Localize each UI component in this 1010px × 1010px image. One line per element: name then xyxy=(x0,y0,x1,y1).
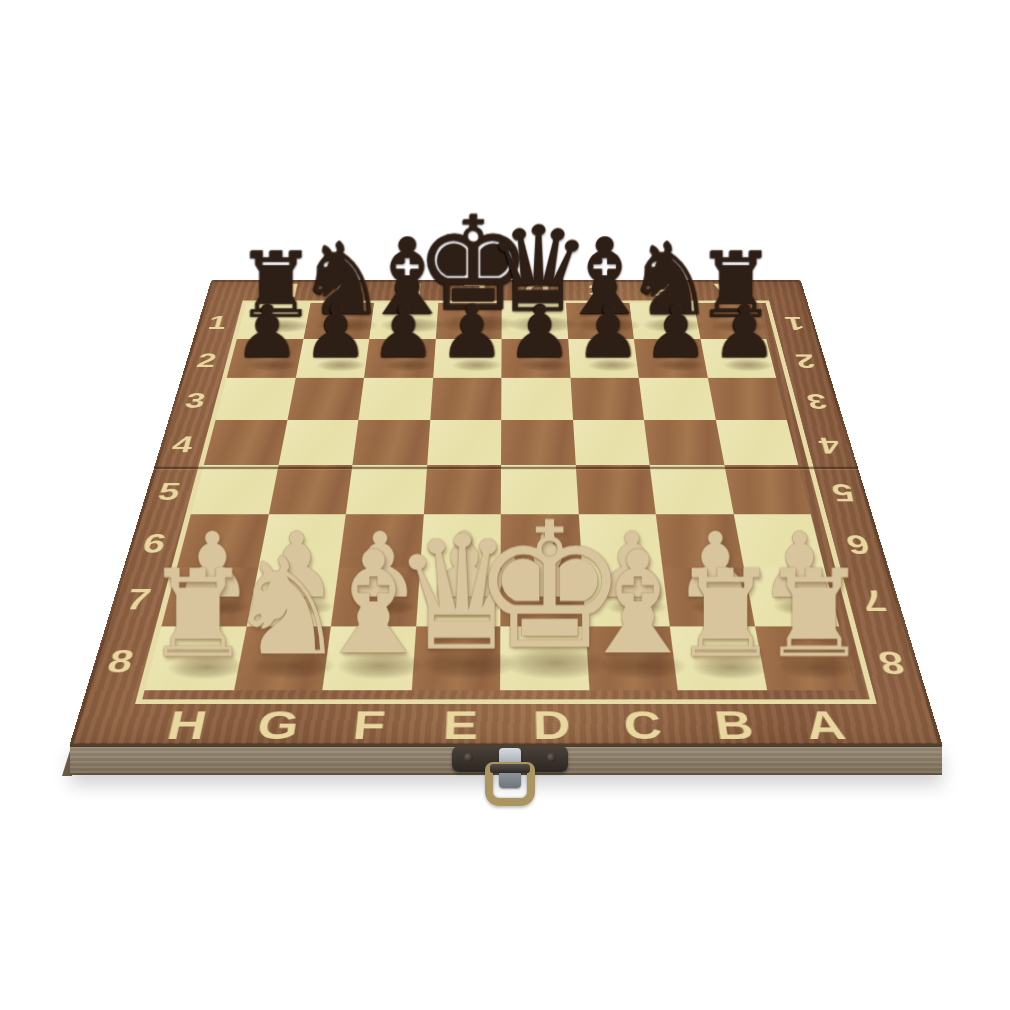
square-g4[interactable] xyxy=(278,420,358,465)
rank-label-left-5: 5 xyxy=(142,478,195,507)
square-f3[interactable] xyxy=(358,378,432,420)
square-d3[interactable] xyxy=(501,378,572,420)
square-c2[interactable] xyxy=(568,339,639,378)
square-f1[interactable] xyxy=(369,303,438,339)
square-d2[interactable] xyxy=(501,339,570,378)
square-b2[interactable] xyxy=(634,339,708,378)
square-c1[interactable] xyxy=(566,303,634,339)
square-b4[interactable] xyxy=(644,420,724,465)
screw-icon xyxy=(547,753,556,762)
square-e2[interactable] xyxy=(433,339,502,378)
square-d1[interactable] xyxy=(502,303,568,339)
rank-label-left-4: 4 xyxy=(157,432,208,459)
board-surface: 11HH22GG33FF44EE55DD66CC77BB88AA♜♞♝♚♛♝♞♜… xyxy=(69,280,942,745)
square-a3[interactable] xyxy=(707,378,786,420)
square-g2[interactable] xyxy=(295,339,369,378)
file-label-bottom-E: E xyxy=(414,705,506,745)
file-label-bottom-G: G xyxy=(229,705,327,745)
piece-light-rook-a8[interactable]: ♜ xyxy=(731,555,896,675)
square-h4[interactable] xyxy=(204,420,287,465)
clasp-latch[interactable] xyxy=(452,740,568,810)
square-e1[interactable] xyxy=(435,303,501,339)
square-g3[interactable] xyxy=(287,378,364,420)
rank-label-right-3: 3 xyxy=(793,389,842,414)
square-h3[interactable] xyxy=(216,378,296,420)
file-label-bottom-D: D xyxy=(506,705,598,745)
square-e3[interactable] xyxy=(430,378,502,420)
square-b5[interactable] xyxy=(650,465,734,514)
square-e4[interactable] xyxy=(427,420,501,465)
rank-label-left-3: 3 xyxy=(171,389,220,414)
square-c3[interactable] xyxy=(570,378,644,420)
file-label-bottom-H: H xyxy=(137,705,237,745)
chess-set-scene: 11HH22GG33FF44EE55DD66CC77BB88AA♜♞♝♚♛♝♞♜… xyxy=(154,116,858,820)
square-a4[interactable] xyxy=(715,420,798,465)
square-f4[interactable] xyxy=(352,420,429,465)
file-label-bottom-B: B xyxy=(686,705,784,745)
square-g5[interactable] xyxy=(268,465,352,514)
square-b3[interactable] xyxy=(639,378,716,420)
square-h5[interactable] xyxy=(191,465,278,514)
square-b1[interactable] xyxy=(629,303,700,339)
clasp-hinge-bar xyxy=(490,764,530,773)
square-h1[interactable] xyxy=(237,303,310,339)
rank-label-right-5: 5 xyxy=(817,478,870,507)
file-label-bottom-F: F xyxy=(321,705,416,745)
square-h2[interactable] xyxy=(227,339,303,378)
file-label-bottom-A: A xyxy=(775,705,875,745)
square-c4[interactable] xyxy=(573,420,650,465)
square-a5[interactable] xyxy=(724,465,811,514)
square-d4[interactable] xyxy=(501,420,575,465)
square-g1[interactable] xyxy=(303,303,374,339)
rank-label-right-4: 4 xyxy=(804,432,855,459)
square-a2[interactable] xyxy=(700,339,776,378)
file-label-bottom-C: C xyxy=(596,705,691,745)
screw-icon xyxy=(464,753,473,762)
square-a1[interactable] xyxy=(693,303,766,339)
square-f2[interactable] xyxy=(364,339,435,378)
